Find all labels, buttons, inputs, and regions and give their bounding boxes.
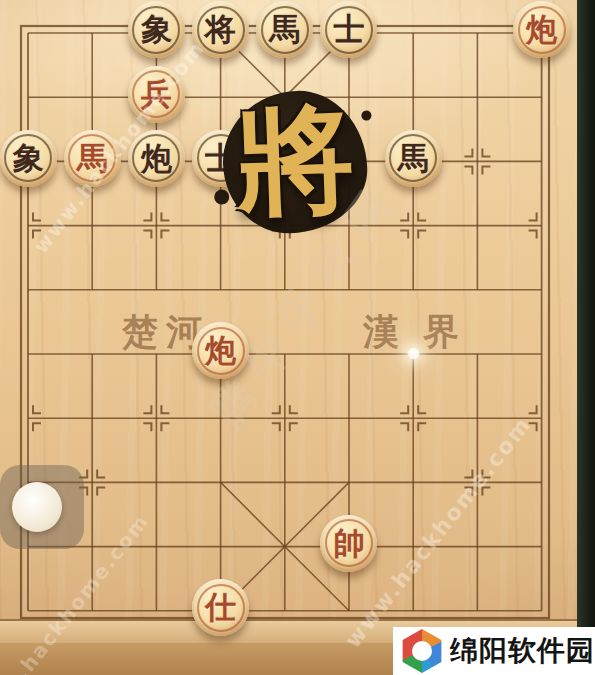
piece-black-elephant[interactable]: 象 xyxy=(128,1,185,58)
piece-glyph: 仕 xyxy=(205,592,236,623)
site-logo-text: 绵阳软件园 xyxy=(450,632,595,670)
piece-glyph: 馬 xyxy=(269,14,300,45)
piece-glyph: 炮 xyxy=(141,143,172,174)
piece-red-advisor[interactable]: 仕 xyxy=(192,579,249,636)
piece-glyph: 炮 xyxy=(205,335,236,366)
piece-black-elephant[interactable]: 象 xyxy=(0,130,57,187)
piece-glyph: 象 xyxy=(13,143,44,174)
site-logo-bar: 绵阳软件园 xyxy=(393,627,595,675)
check-banner-text: 將 xyxy=(233,80,357,244)
record-circle-icon xyxy=(12,482,62,532)
piece-black-horse[interactable]: 馬 xyxy=(385,130,442,187)
pinwheel-logo-icon xyxy=(400,629,444,673)
check-banner: 將 xyxy=(221,89,370,236)
xiangqi-app-screen: 楚河 漢界 象将馬士炮兵象馬炮士馬炮帥仕 將 www.hackhome.com … xyxy=(0,0,595,675)
piece-black-cannon[interactable]: 炮 xyxy=(128,130,185,187)
piece-red-cannon[interactable]: 炮 xyxy=(192,322,249,379)
piece-glyph: 炮 xyxy=(526,14,557,45)
last-move-dot xyxy=(407,347,420,360)
piece-glyph: 帥 xyxy=(333,528,364,559)
piece-glyph: 馬 xyxy=(398,143,429,174)
right-dark-band xyxy=(577,0,595,675)
piece-glyph: 兵 xyxy=(141,79,172,110)
piece-black-horse[interactable]: 馬 xyxy=(256,1,313,58)
piece-red-pawn[interactable]: 兵 xyxy=(128,66,185,123)
screen-recorder-button[interactable] xyxy=(0,465,84,549)
piece-red-horse[interactable]: 馬 xyxy=(64,130,121,187)
piece-black-advisor[interactable]: 士 xyxy=(320,1,377,58)
piece-red-general[interactable]: 帥 xyxy=(320,515,377,572)
piece-glyph: 馬 xyxy=(77,143,108,174)
piece-glyph: 将 xyxy=(205,14,236,45)
piece-glyph: 士 xyxy=(333,14,364,45)
piece-black-general[interactable]: 将 xyxy=(192,1,249,58)
piece-glyph: 象 xyxy=(141,14,172,45)
piece-red-cannon[interactable]: 炮 xyxy=(513,1,570,58)
